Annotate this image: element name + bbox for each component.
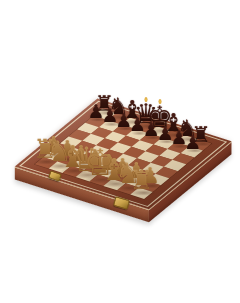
king-queen-finial [145,97,148,102]
chess-set-product-photo[interactable]: ♜♞♝♛♚♝♞♜♟♟♟♟♟♟♟♟♟♟♟♟♟♟♟♟♜♞♝♛♚♝♞♜ [0,0,240,303]
chess-set-scene: ♜♞♝♛♚♝♞♜♟♟♟♟♟♟♟♟♟♟♟♟♟♟♟♟♜♞♝♛♚♝♞♜ [0,0,240,303]
king-queen-finial [158,99,161,104]
chess-board [15,99,232,210]
